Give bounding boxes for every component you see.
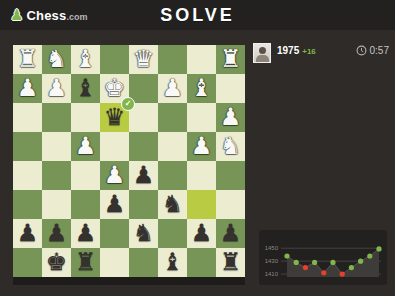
- square-d5[interactable]: ♟: [129, 161, 158, 190]
- svg-text:1430: 1430: [265, 258, 279, 264]
- square-c3[interactable]: [158, 103, 187, 132]
- chart-point-5-loss: [321, 270, 326, 275]
- square-c1[interactable]: [158, 45, 187, 74]
- square-d4[interactable]: [129, 132, 158, 161]
- black-knight[interactable]: ♞: [158, 190, 187, 219]
- square-f5[interactable]: [71, 161, 100, 190]
- white-pawn[interactable]: ♟: [158, 74, 187, 103]
- square-h3[interactable]: [13, 103, 42, 132]
- header: ♟ Chess.com SOLVE: [0, 0, 395, 30]
- square-f2[interactable]: ♝: [71, 74, 100, 103]
- square-f7[interactable]: ♟: [71, 219, 100, 248]
- square-h4[interactable]: [13, 132, 42, 161]
- white-bishop[interactable]: ♝: [71, 45, 100, 74]
- square-f3[interactable]: [71, 103, 100, 132]
- chart-point-7-loss: [340, 271, 345, 276]
- white-queen[interactable]: ♛: [129, 45, 158, 74]
- square-f1[interactable]: ♝: [71, 45, 100, 74]
- player-rating: 1975: [277, 45, 299, 56]
- white-pawn[interactable]: ♟: [13, 74, 42, 103]
- square-g6[interactable]: [42, 190, 71, 219]
- square-c8[interactable]: ♝: [158, 248, 187, 277]
- square-g1[interactable]: ♞: [42, 45, 71, 74]
- chart-point-4-win: [312, 260, 317, 265]
- square-e7[interactable]: [100, 219, 129, 248]
- square-b7[interactable]: ♟: [187, 219, 216, 248]
- square-f4[interactable]: ♟: [71, 132, 100, 161]
- square-e3[interactable]: ♛✓: [100, 103, 129, 132]
- white-bishop[interactable]: ♝: [187, 74, 216, 103]
- chart-point-8-win: [349, 265, 354, 270]
- square-g3[interactable]: [42, 103, 71, 132]
- chart-point-3-loss: [303, 265, 308, 270]
- correct-move-badge: ✓: [121, 97, 135, 111]
- chart-point-10-win: [367, 253, 372, 258]
- white-rook[interactable]: ♜: [13, 45, 42, 74]
- black-knight[interactable]: ♞: [129, 219, 158, 248]
- chart-point-6-win: [330, 260, 335, 265]
- chart-point-11-win: [376, 246, 381, 251]
- puzzle-timer: 0:57: [356, 45, 389, 56]
- square-h2[interactable]: ♟: [13, 74, 42, 103]
- square-c4[interactable]: [158, 132, 187, 161]
- player-rating-delta: +16: [302, 47, 316, 56]
- square-h1[interactable]: ♜: [13, 45, 42, 74]
- square-e5[interactable]: ♟: [100, 161, 129, 190]
- timer-value: 0:57: [370, 45, 389, 56]
- white-pawn[interactable]: ♟: [216, 103, 245, 132]
- square-e6[interactable]: ♟: [100, 190, 129, 219]
- clock-icon: [356, 45, 367, 56]
- square-g5[interactable]: [42, 161, 71, 190]
- square-e1[interactable]: [100, 45, 129, 74]
- square-a7[interactable]: ♟: [216, 219, 245, 248]
- square-b3[interactable]: [187, 103, 216, 132]
- square-b2[interactable]: ♝: [187, 74, 216, 103]
- square-a1[interactable]: ♜: [216, 45, 245, 74]
- square-d8[interactable]: [129, 248, 158, 277]
- svg-text:1410: 1410: [265, 271, 279, 277]
- white-pawn[interactable]: ♟: [187, 132, 216, 161]
- rating-chart-svg: 145014301410: [259, 230, 387, 285]
- square-e8[interactable]: [100, 248, 129, 277]
- player-rating-row: 1975 +16: [277, 45, 316, 56]
- black-bishop[interactable]: ♝: [158, 248, 187, 277]
- svg-text:1450: 1450: [265, 245, 279, 251]
- square-h5[interactable]: [13, 161, 42, 190]
- white-pawn[interactable]: ♟: [71, 132, 100, 161]
- black-pawn[interactable]: ♟: [71, 219, 100, 248]
- white-rook[interactable]: ♜: [216, 45, 245, 74]
- chart-point-9-win: [358, 259, 363, 264]
- black-pawn[interactable]: ♟: [42, 219, 71, 248]
- square-h8[interactable]: [13, 248, 42, 277]
- page-title: SOLVE: [0, 0, 395, 30]
- white-knight[interactable]: ♞: [42, 45, 71, 74]
- square-a8[interactable]: ♜: [216, 248, 245, 277]
- square-a3[interactable]: ♟: [216, 103, 245, 132]
- square-f8[interactable]: ♜: [71, 248, 100, 277]
- square-c5[interactable]: [158, 161, 187, 190]
- square-b5[interactable]: [187, 161, 216, 190]
- black-pawn[interactable]: ♟: [187, 219, 216, 248]
- square-h7[interactable]: ♟: [13, 219, 42, 248]
- white-pawn[interactable]: ♟: [42, 74, 71, 103]
- black-king[interactable]: ♚: [42, 248, 71, 277]
- square-g4[interactable]: [42, 132, 71, 161]
- rating-chart-card: 145014301410: [259, 230, 387, 285]
- white-pawn[interactable]: ♟: [100, 161, 129, 190]
- black-pawn[interactable]: ♟: [13, 219, 42, 248]
- square-c6[interactable]: ♞: [158, 190, 187, 219]
- avatar-head-shape: [259, 47, 266, 54]
- square-d6[interactable]: [129, 190, 158, 219]
- black-pawn[interactable]: ♟: [216, 219, 245, 248]
- square-d7[interactable]: ♞: [129, 219, 158, 248]
- player-avatar[interactable]: [253, 43, 271, 63]
- square-a2[interactable]: [216, 74, 245, 103]
- chart-point-1-win: [284, 253, 289, 258]
- black-rook[interactable]: ♜: [71, 248, 100, 277]
- black-bishop[interactable]: ♝: [71, 74, 100, 103]
- black-pawn[interactable]: ♟: [129, 161, 158, 190]
- square-b6[interactable]: [187, 190, 216, 219]
- square-g8[interactable]: ♚: [42, 248, 71, 277]
- square-a4[interactable]: ♞: [216, 132, 245, 161]
- black-rook[interactable]: ♜: [216, 248, 245, 277]
- black-pawn[interactable]: ♟: [100, 190, 129, 219]
- chess-board[interactable]: ♜♞♝♛♜♟♟♝♚♟♝♛✓♟♟♟♞♟♟♟♞♟♟♟♞♟♟♚♜♝♜: [13, 45, 245, 277]
- square-a5[interactable]: [216, 161, 245, 190]
- square-c2[interactable]: ♟: [158, 74, 187, 103]
- square-b8[interactable]: [187, 248, 216, 277]
- white-knight[interactable]: ♞: [216, 132, 245, 161]
- chart-point-2-win: [294, 260, 299, 265]
- square-e4[interactable]: [100, 132, 129, 161]
- avatar-torso-shape: [256, 55, 269, 63]
- square-d1[interactable]: ♛: [129, 45, 158, 74]
- square-f6[interactable]: [71, 190, 100, 219]
- square-c7[interactable]: [158, 219, 187, 248]
- square-h6[interactable]: [13, 190, 42, 219]
- square-g2[interactable]: ♟: [42, 74, 71, 103]
- square-b4[interactable]: ♟: [187, 132, 216, 161]
- square-g7[interactable]: ♟: [42, 219, 71, 248]
- square-a6[interactable]: [216, 190, 245, 219]
- square-b1[interactable]: [187, 45, 216, 74]
